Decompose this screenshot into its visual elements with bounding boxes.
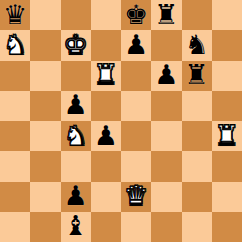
square-f8[interactable]: ♜ <box>151 0 181 30</box>
square-g8[interactable] <box>182 0 212 30</box>
square-f7[interactable] <box>151 30 181 60</box>
square-a3[interactable] <box>0 151 30 181</box>
square-e3[interactable] <box>121 151 151 181</box>
square-h7[interactable] <box>212 30 242 60</box>
square-f3[interactable] <box>151 151 181 181</box>
square-d2[interactable] <box>91 182 121 212</box>
square-b8[interactable] <box>30 0 60 30</box>
square-e5[interactable] <box>121 91 151 121</box>
square-b3[interactable] <box>30 151 60 181</box>
square-d7[interactable] <box>91 30 121 60</box>
piece-black-queen[interactable]: ♛ <box>3 1 27 28</box>
square-e2[interactable]: ♛ <box>121 182 151 212</box>
square-d3[interactable] <box>91 151 121 181</box>
square-d5[interactable] <box>91 91 121 121</box>
square-d4[interactable]: ♟ <box>91 121 121 151</box>
square-h6[interactable] <box>212 61 242 91</box>
square-d8[interactable] <box>91 0 121 30</box>
square-c3[interactable] <box>61 151 91 181</box>
piece-white-knight[interactable]: ♞ <box>3 31 27 58</box>
square-h2[interactable] <box>212 182 242 212</box>
square-f5[interactable] <box>151 91 181 121</box>
square-a8[interactable]: ♛ <box>0 0 30 30</box>
square-h3[interactable] <box>212 151 242 181</box>
square-d6[interactable]: ♜ <box>91 61 121 91</box>
piece-black-pawn[interactable]: ♟ <box>124 31 148 58</box>
piece-black-pawn[interactable]: ♟ <box>154 61 178 88</box>
square-d1[interactable] <box>91 212 121 242</box>
square-e4[interactable] <box>121 121 151 151</box>
square-g2[interactable] <box>182 182 212 212</box>
square-c4[interactable]: ♞ <box>61 121 91 151</box>
square-f6[interactable]: ♟ <box>151 61 181 91</box>
square-h4[interactable]: ♜ <box>212 121 242 151</box>
square-b5[interactable] <box>30 91 60 121</box>
square-c6[interactable] <box>61 61 91 91</box>
square-a1[interactable] <box>0 212 30 242</box>
square-b2[interactable] <box>30 182 60 212</box>
square-a4[interactable] <box>0 121 30 151</box>
square-c5[interactable]: ♟ <box>61 91 91 121</box>
piece-white-knight[interactable]: ♞ <box>64 122 88 149</box>
piece-white-rook[interactable]: ♜ <box>215 122 239 149</box>
piece-black-pawn[interactable]: ♟ <box>64 91 88 118</box>
square-g4[interactable] <box>182 121 212 151</box>
piece-black-pawn[interactable]: ♟ <box>64 182 88 209</box>
square-h5[interactable] <box>212 91 242 121</box>
square-a5[interactable] <box>0 91 30 121</box>
piece-black-rook[interactable]: ♜ <box>185 61 209 88</box>
square-c7[interactable]: ♚ <box>61 30 91 60</box>
square-f4[interactable] <box>151 121 181 151</box>
square-b1[interactable] <box>30 212 60 242</box>
chess-board: ♛♚♜♞♚♟♞♜♟♜♟♞♟♜♟♛♝ <box>0 0 242 242</box>
square-f1[interactable] <box>151 212 181 242</box>
square-h8[interactable] <box>212 0 242 30</box>
square-b7[interactable] <box>30 30 60 60</box>
square-a6[interactable] <box>0 61 30 91</box>
square-a2[interactable] <box>0 182 30 212</box>
square-e7[interactable]: ♟ <box>121 30 151 60</box>
piece-white-king[interactable]: ♚ <box>64 31 88 58</box>
piece-black-pawn[interactable]: ♟ <box>94 122 118 149</box>
square-b6[interactable] <box>30 61 60 91</box>
piece-black-king[interactable]: ♚ <box>124 1 148 28</box>
square-g5[interactable] <box>182 91 212 121</box>
square-e8[interactable]: ♚ <box>121 0 151 30</box>
square-g1[interactable] <box>182 212 212 242</box>
piece-white-queen[interactable]: ♛ <box>124 182 148 209</box>
square-g7[interactable]: ♞ <box>182 30 212 60</box>
square-g3[interactable] <box>182 151 212 181</box>
square-e6[interactable] <box>121 61 151 91</box>
square-c2[interactable]: ♟ <box>61 182 91 212</box>
square-c8[interactable] <box>61 0 91 30</box>
square-f2[interactable] <box>151 182 181 212</box>
square-a7[interactable]: ♞ <box>0 30 30 60</box>
square-e1[interactable] <box>121 212 151 242</box>
piece-white-rook[interactable]: ♜ <box>94 61 118 88</box>
square-b4[interactable] <box>30 121 60 151</box>
piece-black-knight[interactable]: ♞ <box>185 31 209 58</box>
square-c1[interactable]: ♝ <box>61 212 91 242</box>
piece-black-bishop[interactable]: ♝ <box>64 212 88 239</box>
piece-black-rook[interactable]: ♜ <box>154 1 178 28</box>
square-g6[interactable]: ♜ <box>182 61 212 91</box>
square-h1[interactable] <box>212 212 242 242</box>
